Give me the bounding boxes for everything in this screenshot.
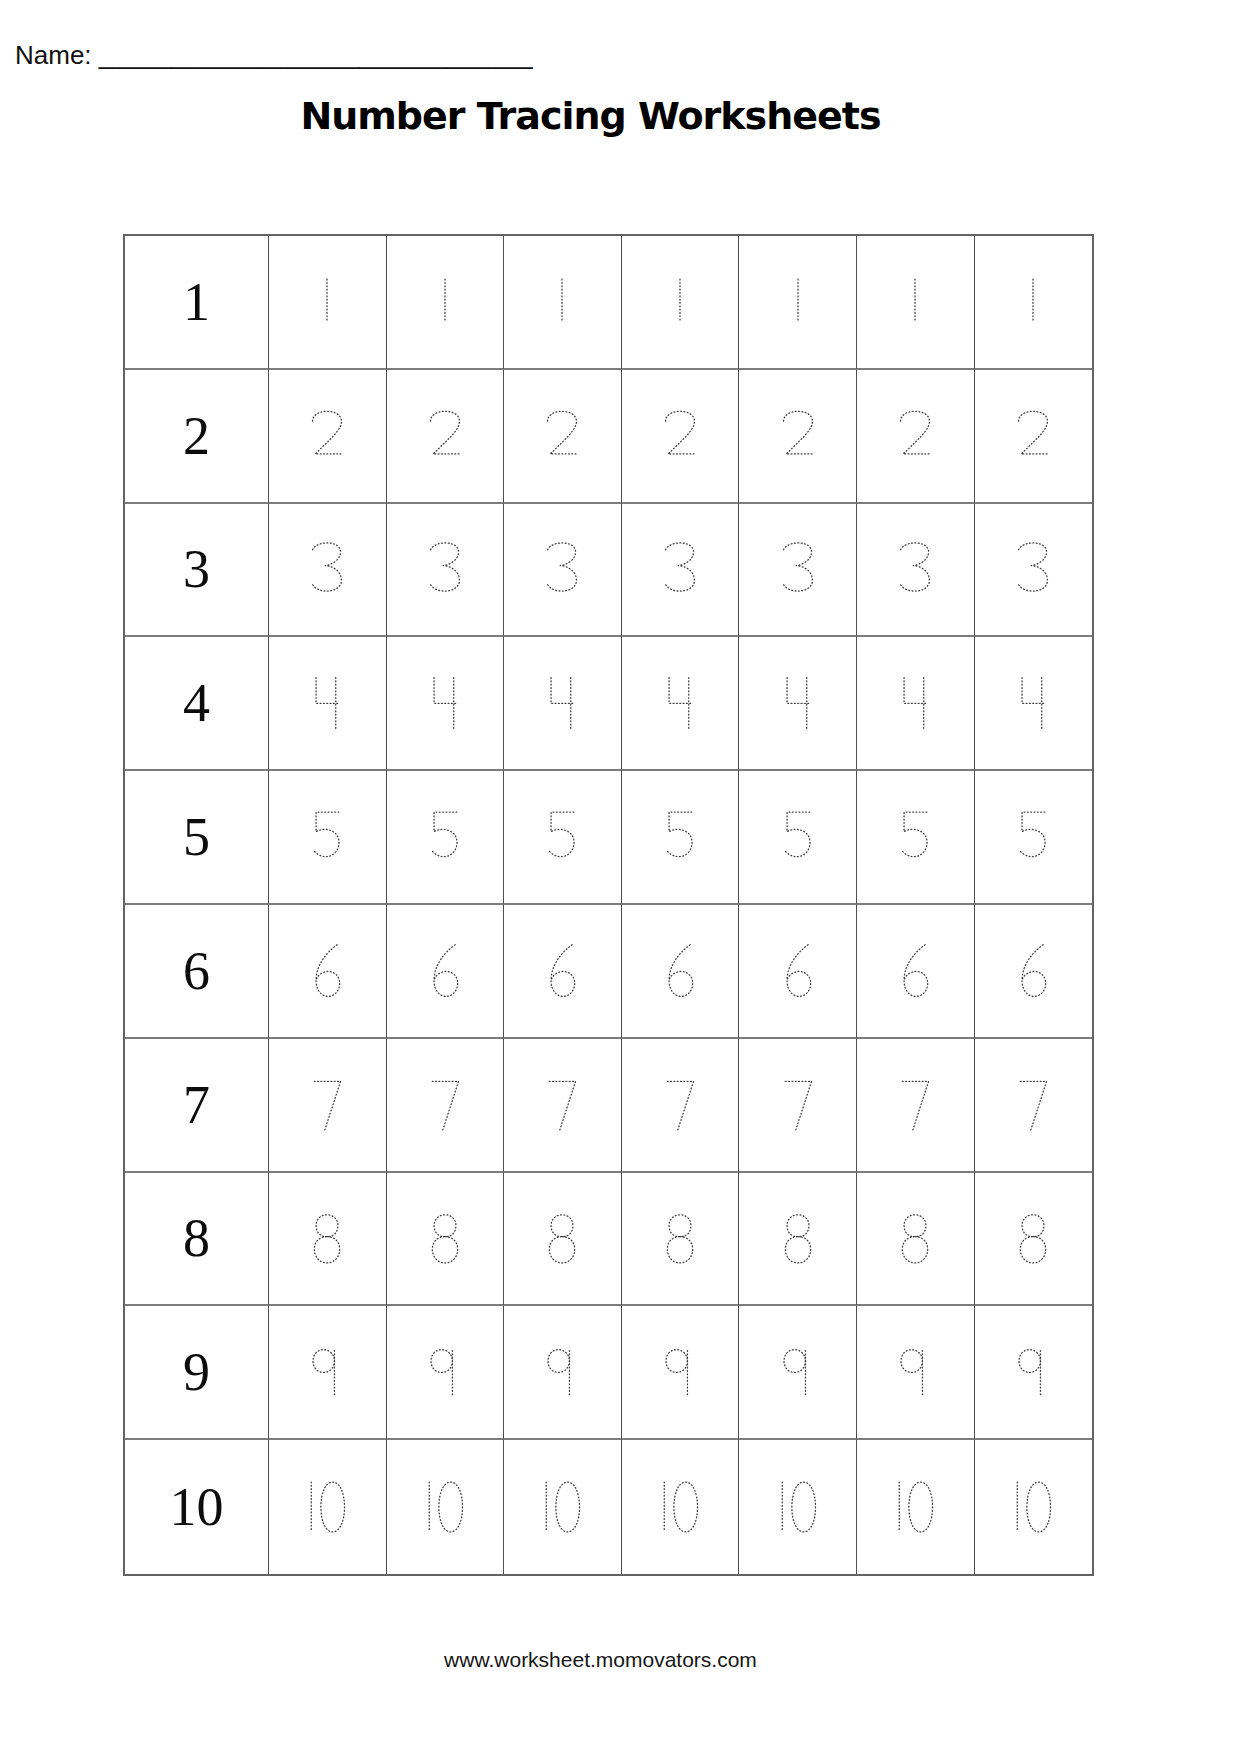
dotted-number-6 xyxy=(768,936,828,1006)
trace-cell-7-6[interactable] xyxy=(857,1039,975,1173)
trace-cell-10-4[interactable] xyxy=(622,1440,740,1574)
dotted-number-4 xyxy=(1003,668,1063,738)
trace-cell-10-6[interactable] xyxy=(857,1440,975,1574)
dotted-number-10 xyxy=(768,1472,828,1542)
dotted-number-8 xyxy=(532,1203,592,1273)
trace-cell-3-5[interactable] xyxy=(739,504,857,638)
dotted-number-10 xyxy=(885,1472,945,1542)
trace-cell-10-2[interactable] xyxy=(387,1440,505,1574)
dotted-number-2 xyxy=(1003,401,1063,471)
dotted-number-3 xyxy=(885,534,945,604)
row-number-label-6: 6 xyxy=(125,905,269,1039)
dotted-number-2 xyxy=(415,401,475,471)
trace-cell-6-6[interactable] xyxy=(857,905,975,1039)
dotted-number-4 xyxy=(415,668,475,738)
dotted-number-4 xyxy=(885,668,945,738)
dotted-number-1 xyxy=(650,267,710,337)
trace-cell-4-4[interactable] xyxy=(622,637,740,771)
trace-cell-7-2[interactable] xyxy=(387,1039,505,1173)
dotted-number-3 xyxy=(1003,534,1063,604)
trace-cell-5-1[interactable] xyxy=(269,771,387,905)
row-number-label-5: 5 xyxy=(125,771,269,905)
trace-cell-9-6[interactable] xyxy=(857,1306,975,1440)
trace-cell-7-5[interactable] xyxy=(739,1039,857,1173)
trace-cell-5-5[interactable] xyxy=(739,771,857,905)
dotted-number-5 xyxy=(650,802,710,872)
tracing-grid: 12345678910 xyxy=(123,234,1094,1576)
trace-cell-6-1[interactable] xyxy=(269,905,387,1039)
dotted-number-1 xyxy=(415,267,475,337)
dotted-number-8 xyxy=(1003,1203,1063,1273)
trace-cell-10-1[interactable] xyxy=(269,1440,387,1574)
row-number-label-8: 8 xyxy=(125,1173,269,1307)
dotted-number-3 xyxy=(532,534,592,604)
dotted-number-5 xyxy=(532,802,592,872)
trace-cell-8-6[interactable] xyxy=(857,1173,975,1307)
dotted-number-2 xyxy=(297,401,357,471)
trace-cell-8-2[interactable] xyxy=(387,1173,505,1307)
trace-cell-3-6[interactable] xyxy=(857,504,975,638)
dotted-number-1 xyxy=(297,267,357,337)
trace-cell-9-3[interactable] xyxy=(504,1306,622,1440)
trace-cell-1-6[interactable] xyxy=(857,236,975,370)
trace-cell-9-2[interactable] xyxy=(387,1306,505,1440)
trace-cell-5-2[interactable] xyxy=(387,771,505,905)
trace-cell-7-7[interactable] xyxy=(975,1039,1093,1173)
trace-cell-7-3[interactable] xyxy=(504,1039,622,1173)
dotted-number-6 xyxy=(297,936,357,1006)
trace-cell-1-7[interactable] xyxy=(975,236,1093,370)
row-number-label-3: 3 xyxy=(125,504,269,638)
dotted-number-8 xyxy=(297,1203,357,1273)
row-number-label-9: 9 xyxy=(125,1306,269,1440)
trace-cell-1-4[interactable] xyxy=(622,236,740,370)
row-number-label-10: 10 xyxy=(125,1440,269,1574)
trace-cell-1-1[interactable] xyxy=(269,236,387,370)
trace-cell-10-7[interactable] xyxy=(975,1440,1093,1574)
trace-cell-6-2[interactable] xyxy=(387,905,505,1039)
trace-cell-9-7[interactable] xyxy=(975,1306,1093,1440)
trace-cell-8-7[interactable] xyxy=(975,1173,1093,1307)
trace-cell-8-3[interactable] xyxy=(504,1173,622,1307)
name-label: Name: xyxy=(15,40,92,70)
dotted-number-5 xyxy=(1003,802,1063,872)
trace-cell-1-5[interactable] xyxy=(739,236,857,370)
trace-cell-5-4[interactable] xyxy=(622,771,740,905)
dotted-number-9 xyxy=(885,1337,945,1407)
dotted-number-7 xyxy=(297,1070,357,1140)
row-number-label-1: 1 xyxy=(125,236,269,370)
trace-cell-5-7[interactable] xyxy=(975,771,1093,905)
trace-cell-3-7[interactable] xyxy=(975,504,1093,638)
trace-cell-3-4[interactable] xyxy=(622,504,740,638)
dotted-number-1 xyxy=(768,267,828,337)
trace-cell-6-7[interactable] xyxy=(975,905,1093,1039)
dotted-number-9 xyxy=(532,1337,592,1407)
dotted-number-5 xyxy=(297,802,357,872)
trace-cell-2-3[interactable] xyxy=(504,370,622,504)
trace-cell-2-7[interactable] xyxy=(975,370,1093,504)
dotted-number-2 xyxy=(885,401,945,471)
dotted-number-4 xyxy=(297,668,357,738)
dotted-number-6 xyxy=(1003,936,1063,1006)
row-number-label-7: 7 xyxy=(125,1039,269,1173)
trace-cell-7-1[interactable] xyxy=(269,1039,387,1173)
dotted-number-3 xyxy=(297,534,357,604)
trace-cell-3-1[interactable] xyxy=(269,504,387,638)
dotted-number-6 xyxy=(532,936,592,1006)
dotted-number-6 xyxy=(885,936,945,1006)
dotted-number-6 xyxy=(415,936,475,1006)
trace-cell-4-7[interactable] xyxy=(975,637,1093,771)
trace-cell-4-6[interactable] xyxy=(857,637,975,771)
name-field: Name: ______________________________ xyxy=(15,40,533,71)
dotted-number-7 xyxy=(415,1070,475,1140)
trace-cell-1-3[interactable] xyxy=(504,236,622,370)
trace-cell-4-5[interactable] xyxy=(739,637,857,771)
trace-cell-9-5[interactable] xyxy=(739,1306,857,1440)
trace-cell-8-5[interactable] xyxy=(739,1173,857,1307)
row-number-label-4: 4 xyxy=(125,637,269,771)
trace-cell-2-1[interactable] xyxy=(269,370,387,504)
dotted-number-10 xyxy=(297,1472,357,1542)
trace-cell-4-3[interactable] xyxy=(504,637,622,771)
dotted-number-4 xyxy=(768,668,828,738)
trace-cell-4-2[interactable] xyxy=(387,637,505,771)
dotted-number-4 xyxy=(650,668,710,738)
row-number-label-2: 2 xyxy=(125,370,269,504)
dotted-number-2 xyxy=(768,401,828,471)
trace-cell-9-4[interactable] xyxy=(622,1306,740,1440)
dotted-number-1 xyxy=(885,267,945,337)
dotted-number-4 xyxy=(532,668,592,738)
trace-cell-8-4[interactable] xyxy=(622,1173,740,1307)
trace-cell-5-6[interactable] xyxy=(857,771,975,905)
dotted-number-10 xyxy=(650,1472,710,1542)
dotted-number-10 xyxy=(1003,1472,1063,1542)
page-title: Number Tracing Worksheets xyxy=(0,94,1181,138)
dotted-number-10 xyxy=(415,1472,475,1542)
trace-cell-10-3[interactable] xyxy=(504,1440,622,1574)
trace-cell-2-2[interactable] xyxy=(387,370,505,504)
dotted-number-7 xyxy=(885,1070,945,1140)
dotted-number-6 xyxy=(650,936,710,1006)
trace-cell-5-3[interactable] xyxy=(504,771,622,905)
dotted-number-3 xyxy=(415,534,475,604)
trace-cell-10-5[interactable] xyxy=(739,1440,857,1574)
trace-cell-2-5[interactable] xyxy=(739,370,857,504)
dotted-number-9 xyxy=(768,1337,828,1407)
dotted-number-5 xyxy=(768,802,828,872)
dotted-number-10 xyxy=(532,1472,592,1542)
dotted-number-3 xyxy=(650,534,710,604)
dotted-number-8 xyxy=(768,1203,828,1273)
dotted-number-9 xyxy=(415,1337,475,1407)
dotted-number-5 xyxy=(415,802,475,872)
trace-cell-1-2[interactable] xyxy=(387,236,505,370)
name-fill-line[interactable]: ______________________________ xyxy=(99,40,533,70)
dotted-number-7 xyxy=(650,1070,710,1140)
dotted-number-7 xyxy=(532,1070,592,1140)
trace-cell-3-2[interactable] xyxy=(387,504,505,638)
dotted-number-9 xyxy=(297,1337,357,1407)
trace-cell-8-1[interactable] xyxy=(269,1173,387,1307)
trace-cell-3-3[interactable] xyxy=(504,504,622,638)
dotted-number-9 xyxy=(1003,1337,1063,1407)
trace-cell-6-3[interactable] xyxy=(504,905,622,1039)
trace-cell-6-5[interactable] xyxy=(739,905,857,1039)
dotted-number-2 xyxy=(650,401,710,471)
dotted-number-8 xyxy=(415,1203,475,1273)
dotted-number-2 xyxy=(532,401,592,471)
trace-cell-9-1[interactable] xyxy=(269,1306,387,1440)
trace-cell-4-1[interactable] xyxy=(269,637,387,771)
dotted-number-8 xyxy=(885,1203,945,1273)
dotted-number-1 xyxy=(1003,267,1063,337)
dotted-number-7 xyxy=(768,1070,828,1140)
dotted-number-8 xyxy=(650,1203,710,1273)
dotted-number-7 xyxy=(1003,1070,1063,1140)
dotted-number-9 xyxy=(650,1337,710,1407)
dotted-number-3 xyxy=(768,534,828,604)
trace-cell-2-4[interactable] xyxy=(622,370,740,504)
footer-url: www.worksheet.momovators.com xyxy=(0,1648,1201,1672)
dotted-number-5 xyxy=(885,802,945,872)
trace-cell-6-4[interactable] xyxy=(622,905,740,1039)
trace-cell-7-4[interactable] xyxy=(622,1039,740,1173)
trace-cell-2-6[interactable] xyxy=(857,370,975,504)
dotted-number-1 xyxy=(532,267,592,337)
